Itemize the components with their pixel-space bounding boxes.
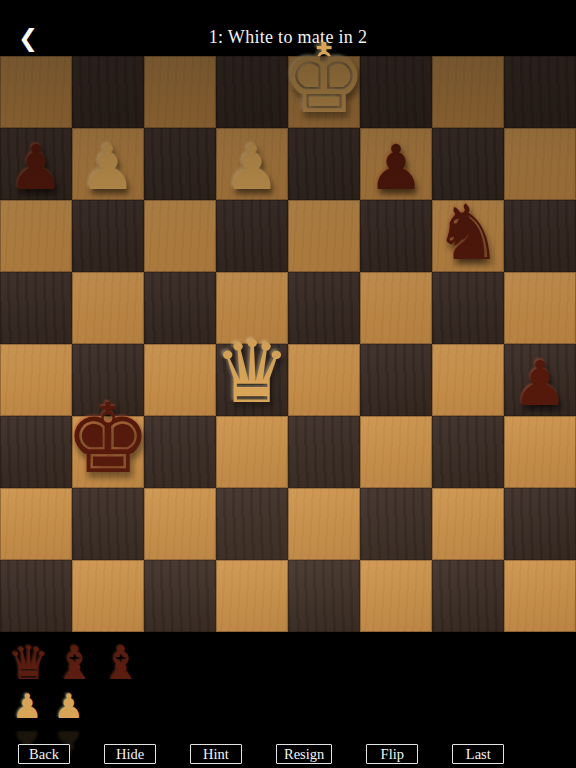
last-button[interactable]: Last	[452, 744, 504, 764]
chess-board[interactable]: ♚♟♟♟♟♞♛♟♚	[0, 56, 576, 632]
square-h4[interactable]: ♟	[504, 344, 576, 416]
square-g2[interactable]	[432, 488, 504, 560]
captured-white-pawn: ♟	[53, 689, 83, 723]
square-h3[interactable]	[504, 416, 576, 488]
square-e3[interactable]	[288, 416, 360, 488]
square-b3[interactable]: ♚	[72, 416, 144, 488]
square-b5[interactable]	[72, 272, 144, 344]
square-g4[interactable]	[432, 344, 504, 416]
square-h7[interactable]	[504, 128, 576, 200]
square-f5[interactable]	[360, 272, 432, 344]
hide-button[interactable]: Hide	[104, 744, 156, 764]
square-c7[interactable]	[144, 128, 216, 200]
bottom-toolbar: BackHideHintResignFlipLast	[0, 744, 576, 764]
square-h2[interactable]	[504, 488, 576, 560]
square-b4[interactable]	[72, 344, 144, 416]
square-e8[interactable]: ♚	[288, 56, 360, 128]
square-f8[interactable]	[360, 56, 432, 128]
captured-black-bishop: ♝	[54, 640, 95, 686]
square-b8[interactable]	[72, 56, 144, 128]
square-g1[interactable]	[432, 560, 504, 632]
top-bar: ❮ 1: White to mate in 2	[0, 0, 576, 56]
square-h8[interactable]	[504, 56, 576, 128]
square-a1[interactable]	[0, 560, 72, 632]
chess-board-wrap: ♚♟♟♟♟♞♛♟♚	[0, 56, 576, 632]
square-b1[interactable]	[72, 560, 144, 632]
square-g7[interactable]	[432, 128, 504, 200]
square-c6[interactable]	[144, 200, 216, 272]
square-f2[interactable]	[360, 488, 432, 560]
square-c1[interactable]	[144, 560, 216, 632]
flip-button[interactable]: Flip	[366, 744, 418, 764]
square-d4[interactable]: ♛	[216, 344, 288, 416]
square-g8[interactable]	[432, 56, 504, 128]
square-a2[interactable]	[0, 488, 72, 560]
square-d5[interactable]	[216, 272, 288, 344]
captured-white-pieces: ♟♟	[8, 689, 576, 723]
square-a8[interactable]	[0, 56, 72, 128]
app-screen: ❮ 1: White to mate in 2 ♚♟♟♟♟♞♛♟♚ ♛♝♝ ♟♟…	[0, 0, 576, 768]
square-c8[interactable]	[144, 56, 216, 128]
square-a4[interactable]	[0, 344, 72, 416]
square-e2[interactable]	[288, 488, 360, 560]
square-g6[interactable]: ♞	[432, 200, 504, 272]
square-c2[interactable]	[144, 488, 216, 560]
black-pawn-h4: ♟	[512, 353, 568, 415]
square-f3[interactable]	[360, 416, 432, 488]
square-g5[interactable]	[432, 272, 504, 344]
square-g3[interactable]	[432, 416, 504, 488]
square-d1[interactable]	[216, 560, 288, 632]
square-d6[interactable]	[216, 200, 288, 272]
square-a5[interactable]	[0, 272, 72, 344]
square-h6[interactable]	[504, 200, 576, 272]
square-f6[interactable]	[360, 200, 432, 272]
square-b7[interactable]: ♟	[72, 128, 144, 200]
white-pawn-d7: ♟	[224, 137, 280, 199]
square-c4[interactable]	[144, 344, 216, 416]
puzzle-title: 1: White to mate in 2	[209, 27, 367, 48]
black-pawn-f7: ♟	[368, 137, 424, 199]
square-e6[interactable]	[288, 200, 360, 272]
square-b2[interactable]	[72, 488, 144, 560]
captured-black-pieces: ♛♝♝	[8, 636, 576, 686]
square-d8[interactable]	[216, 56, 288, 128]
square-e1[interactable]	[288, 560, 360, 632]
captured-pieces-tray: ♛♝♝ ♟♟ ♟♟	[0, 636, 576, 744]
back-chevron-icon[interactable]: ❮	[18, 26, 38, 50]
captured-black-bishop: ♝	[101, 640, 142, 686]
hint-button[interactable]: Hint	[190, 744, 242, 764]
square-e5[interactable]	[288, 272, 360, 344]
square-b6[interactable]	[72, 200, 144, 272]
square-a7[interactable]: ♟	[0, 128, 72, 200]
square-a6[interactable]	[0, 200, 72, 272]
square-d3[interactable]	[216, 416, 288, 488]
square-h5[interactable]	[504, 272, 576, 344]
square-c3[interactable]	[144, 416, 216, 488]
square-d2[interactable]	[216, 488, 288, 560]
square-f1[interactable]	[360, 560, 432, 632]
black-knight-g6: ♞	[434, 195, 502, 271]
square-e4[interactable]	[288, 344, 360, 416]
captured-black-queen: ♛	[8, 640, 49, 686]
square-d7[interactable]: ♟	[216, 128, 288, 200]
square-e7[interactable]	[288, 128, 360, 200]
resign-button[interactable]: Resign	[276, 744, 332, 764]
square-f4[interactable]	[360, 344, 432, 416]
square-c5[interactable]	[144, 272, 216, 344]
square-a3[interactable]	[0, 416, 72, 488]
captured-white-pawn: ♟	[12, 689, 42, 723]
square-f7[interactable]: ♟	[360, 128, 432, 200]
black-pawn-a7: ♟	[8, 137, 64, 199]
square-h1[interactable]	[504, 560, 576, 632]
back-button[interactable]: Back	[18, 744, 70, 764]
white-pawn-b7: ♟	[80, 137, 136, 199]
